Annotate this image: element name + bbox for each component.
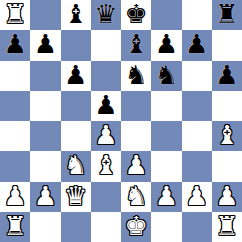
square-d1[interactable] (91, 212, 121, 242)
black-pawn-a7: ♟ (3, 31, 26, 57)
square-b4[interactable] (30, 121, 60, 151)
square-a4[interactable] (0, 121, 30, 151)
square-d4[interactable]: ♟ (91, 121, 121, 151)
square-e5[interactable] (121, 91, 151, 121)
white-pawn-a2: ♟ (3, 183, 26, 209)
square-a8[interactable]: ♜ (0, 0, 30, 30)
square-d2[interactable] (91, 182, 121, 212)
square-g4[interactable] (182, 121, 212, 151)
square-b8[interactable] (30, 0, 60, 30)
white-rook-a1: ♜ (3, 213, 26, 239)
square-f7[interactable]: ♟ (151, 30, 181, 60)
black-king-e8: ♚ (124, 1, 147, 27)
white-pawn-h2: ♟ (215, 183, 238, 209)
square-d6[interactable] (91, 61, 121, 91)
square-b5[interactable] (30, 91, 60, 121)
square-c4[interactable] (61, 121, 91, 151)
square-d7[interactable] (91, 30, 121, 60)
white-knight-e2: ♞ (124, 183, 147, 209)
white-pawn-g2: ♟ (185, 183, 208, 209)
square-c8[interactable]: ♝ (61, 0, 91, 30)
square-d3[interactable]: ♝ (91, 151, 121, 181)
square-b2[interactable]: ♟ (30, 182, 60, 212)
chess-board: ♜♝♛♚♜♟♟♝♟♟♟♞♞♟♟♟♝♞♝♟♟♟♛♞♟♟♟♜♚♜ (0, 0, 242, 242)
square-f5[interactable] (151, 91, 181, 121)
black-pawn-h6: ♟ (215, 62, 238, 88)
square-g2[interactable]: ♟ (182, 182, 212, 212)
black-pawn-b7: ♟ (34, 31, 57, 57)
black-pawn-c6: ♟ (64, 62, 87, 88)
square-d8[interactable]: ♛ (91, 0, 121, 30)
square-g7[interactable]: ♟ (182, 30, 212, 60)
square-a1[interactable]: ♜ (0, 212, 30, 242)
square-f8[interactable] (151, 0, 181, 30)
square-g3[interactable] (182, 151, 212, 181)
black-rook-h8: ♜ (215, 1, 238, 27)
square-h2[interactable]: ♟ (212, 182, 242, 212)
square-a7[interactable]: ♟ (0, 30, 30, 60)
square-h7[interactable] (212, 30, 242, 60)
square-b7[interactable]: ♟ (30, 30, 60, 60)
square-e3[interactable]: ♟ (121, 151, 151, 181)
square-f1[interactable] (151, 212, 181, 242)
black-bishop-e7: ♝ (124, 31, 147, 57)
white-king-e1: ♚ (124, 213, 147, 239)
square-e8[interactable]: ♚ (121, 0, 151, 30)
square-g1[interactable] (182, 212, 212, 242)
square-b1[interactable] (30, 212, 60, 242)
square-f2[interactable]: ♟ (151, 182, 181, 212)
white-pawn-e3: ♟ (124, 152, 147, 178)
square-b6[interactable] (30, 61, 60, 91)
square-g6[interactable] (182, 61, 212, 91)
square-c5[interactable] (61, 91, 91, 121)
square-e1[interactable]: ♚ (121, 212, 151, 242)
square-f6[interactable]: ♞ (151, 61, 181, 91)
square-c7[interactable] (61, 30, 91, 60)
square-g5[interactable] (182, 91, 212, 121)
square-d5[interactable]: ♟ (91, 91, 121, 121)
black-bishop-c8: ♝ (64, 1, 87, 27)
square-f3[interactable] (151, 151, 181, 181)
square-b3[interactable] (30, 151, 60, 181)
square-a3[interactable] (0, 151, 30, 181)
black-pawn-f7: ♟ (155, 31, 178, 57)
square-h4[interactable]: ♝ (212, 121, 242, 151)
white-pawn-b2: ♟ (34, 183, 57, 209)
black-knight-f6: ♞ (155, 62, 178, 88)
square-a6[interactable] (0, 61, 30, 91)
white-bishop-h4: ♝ (215, 122, 238, 148)
white-knight-c3: ♞ (64, 152, 87, 178)
square-e4[interactable] (121, 121, 151, 151)
square-e6[interactable]: ♞ (121, 61, 151, 91)
square-e2[interactable]: ♞ (121, 182, 151, 212)
square-a2[interactable]: ♟ (0, 182, 30, 212)
white-rook-h1: ♜ (215, 213, 238, 239)
square-c6[interactable]: ♟ (61, 61, 91, 91)
black-knight-e6: ♞ (124, 62, 147, 88)
square-e7[interactable]: ♝ (121, 30, 151, 60)
square-f4[interactable] (151, 121, 181, 151)
square-a5[interactable] (0, 91, 30, 121)
square-c1[interactable] (61, 212, 91, 242)
white-bishop-d3: ♝ (94, 152, 117, 178)
black-pawn-g7: ♟ (185, 31, 208, 57)
square-h3[interactable] (212, 151, 242, 181)
white-queen-c2: ♛ (64, 183, 87, 209)
square-h1[interactable]: ♜ (212, 212, 242, 242)
square-h6[interactable]: ♟ (212, 61, 242, 91)
square-h5[interactable] (212, 91, 242, 121)
square-c2[interactable]: ♛ (61, 182, 91, 212)
square-h8[interactable]: ♜ (212, 0, 242, 30)
square-g8[interactable] (182, 0, 212, 30)
black-queen-d8: ♛ (94, 1, 117, 27)
black-pawn-d5: ♟ (94, 92, 117, 118)
white-rook-a8: ♜ (3, 1, 26, 27)
white-pawn-f2: ♟ (155, 183, 178, 209)
square-c3[interactable]: ♞ (61, 151, 91, 181)
white-pawn-d4: ♟ (94, 122, 117, 148)
